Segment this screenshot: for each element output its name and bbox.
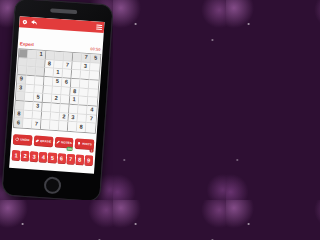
app-bar (19, 16, 105, 33)
numpad-button-5[interactable]: 5 (48, 153, 57, 164)
numpad-button-9[interactable]: 9 (84, 155, 93, 166)
back-arrow-icon[interactable] (30, 19, 37, 26)
numpad: 123456789 (12, 150, 94, 166)
phone-body: Expert 00:50 175873195638521348237678 UN… (1, 0, 113, 200)
hints-label: HINTS (82, 142, 92, 147)
numpad-button-7[interactable]: 7 (66, 154, 75, 165)
notes-button[interactable]: NOTES ON (54, 137, 73, 148)
numpad-button-8[interactable]: 8 (75, 154, 84, 165)
home-button (43, 176, 61, 194)
app-bar-spacer (39, 23, 96, 27)
hints-count-badge: 1 (90, 149, 94, 153)
pencil-icon (56, 140, 60, 144)
numpad-button-3[interactable]: 3 (30, 151, 39, 162)
undo-button[interactable]: UNDO (13, 134, 32, 145)
settings-gear-icon[interactable] (21, 18, 28, 25)
numpad-button-2[interactable]: 2 (21, 151, 30, 162)
difficulty-label: Expert (20, 41, 34, 47)
undo-label: UNDO (20, 138, 29, 143)
notes-state-badge: ON (66, 147, 73, 151)
app-screen: Expert 00:50 175873195638521348237678 UN… (9, 16, 104, 174)
sudoku-grid: 175873195638521348237678 (13, 48, 101, 134)
bulb-icon (77, 141, 81, 145)
erase-label: ERASE (40, 139, 51, 144)
menu-icon[interactable] (96, 24, 102, 30)
numpad-button-6[interactable]: 6 (57, 153, 66, 164)
erase-button[interactable]: ERASE (34, 135, 53, 146)
timer: 00:50 (90, 46, 101, 52)
numpad-button-1[interactable]: 1 (12, 150, 21, 161)
purple-sparkle-background: { "game": "Sudoku", "position": "..1....… (0, 0, 113, 200)
sudoku-cell-r9c9[interactable] (86, 123, 96, 132)
phone-speaker (50, 8, 77, 14)
undo-icon (15, 137, 19, 141)
notes-label: NOTES (61, 140, 72, 145)
eraser-icon (35, 139, 39, 143)
hints-button[interactable]: HINTS 1 (75, 138, 94, 149)
numpad-button-4[interactable]: 4 (39, 152, 48, 163)
toolbar: UNDO ERASE NOTES ON HINTS (13, 134, 95, 150)
